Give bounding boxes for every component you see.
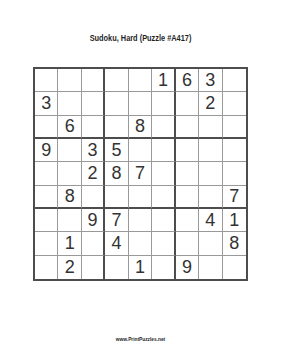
cell-r8c9: 8 (223, 232, 246, 255)
cell-r9c7: 9 (176, 256, 199, 279)
cell-r7c6[interactable] (152, 209, 175, 232)
cell-r5c6[interactable] (152, 162, 175, 185)
cell-r7c8: 4 (199, 209, 222, 232)
cell-r1c4[interactable] (105, 69, 128, 92)
cell-r3c4[interactable] (105, 116, 128, 139)
cell-r7c5[interactable] (129, 209, 152, 232)
cell-r5c5: 7 (129, 162, 152, 185)
cell-r4c8[interactable] (199, 139, 222, 162)
cell-r6c7[interactable] (176, 186, 199, 209)
cell-r9c8[interactable] (199, 256, 222, 279)
cell-r2c2[interactable] (58, 92, 81, 115)
cell-r4c9[interactable] (223, 139, 246, 162)
cell-r1c7: 6 (176, 69, 199, 92)
cell-r1c5[interactable] (129, 69, 152, 92)
cell-r6c4[interactable] (105, 186, 128, 209)
cell-r7c1[interactable] (35, 209, 58, 232)
cell-r8c4: 4 (105, 232, 128, 255)
cell-r2c5[interactable] (129, 92, 152, 115)
cell-r5c4: 8 (105, 162, 128, 185)
cell-r3c5: 8 (129, 116, 152, 139)
cell-r6c8[interactable] (199, 186, 222, 209)
cell-r3c9[interactable] (223, 116, 246, 139)
cell-r2c9[interactable] (223, 92, 246, 115)
cell-r4c1: 9 (35, 139, 58, 162)
cell-r4c4: 5 (105, 139, 128, 162)
cell-r9c9[interactable] (223, 256, 246, 279)
cell-r3c2: 6 (58, 116, 81, 139)
cell-r5c1[interactable] (35, 162, 58, 185)
cell-r1c3[interactable] (82, 69, 105, 92)
cell-r2c1: 3 (35, 92, 58, 115)
cell-r4c6[interactable] (152, 139, 175, 162)
cell-r1c1[interactable] (35, 69, 58, 92)
cell-r3c8[interactable] (199, 116, 222, 139)
cell-r7c3: 9 (82, 209, 105, 232)
cell-r3c1[interactable] (35, 116, 58, 139)
cell-r8c1[interactable] (35, 232, 58, 255)
cell-r5c7[interactable] (176, 162, 199, 185)
cell-r6c1[interactable] (35, 186, 58, 209)
cell-r9c2: 2 (58, 256, 81, 279)
cell-r8c7[interactable] (176, 232, 199, 255)
cell-r6c2: 8 (58, 186, 81, 209)
puzzle-page: Sudoku, Hard (Puzzle #A417) 163326893528… (0, 0, 281, 363)
cell-r1c9[interactable] (223, 69, 246, 92)
cell-r3c7[interactable] (176, 116, 199, 139)
cell-r9c3[interactable] (82, 256, 105, 279)
cell-r8c8[interactable] (199, 232, 222, 255)
cell-r2c8: 2 (199, 92, 222, 115)
cell-r5c3: 2 (82, 162, 105, 185)
cell-r8c6[interactable] (152, 232, 175, 255)
cell-r7c4: 7 (105, 209, 128, 232)
cell-r9c1[interactable] (35, 256, 58, 279)
cell-r8c3[interactable] (82, 232, 105, 255)
cell-r6c5[interactable] (129, 186, 152, 209)
cell-r6c9: 7 (223, 186, 246, 209)
cell-r5c8[interactable] (199, 162, 222, 185)
cell-r7c9: 1 (223, 209, 246, 232)
cell-r8c2: 1 (58, 232, 81, 255)
cell-r5c2[interactable] (58, 162, 81, 185)
cell-r6c6[interactable] (152, 186, 175, 209)
cell-r1c6: 1 (152, 69, 175, 92)
footer-url: www.PrintPuzzles.net (28, 337, 253, 343)
cell-r9c5: 1 (129, 256, 152, 279)
cell-r3c3[interactable] (82, 116, 105, 139)
cell-r4c7[interactable] (176, 139, 199, 162)
sudoku-grid: 1633268935287879741148219 (33, 67, 248, 281)
cell-r1c2[interactable] (58, 69, 81, 92)
cell-r2c4[interactable] (105, 92, 128, 115)
puzzle-title: Sudoku, Hard (Puzzle #A417) (25, 33, 255, 43)
cell-r9c4[interactable] (105, 256, 128, 279)
cell-r2c7[interactable] (176, 92, 199, 115)
cell-r7c2[interactable] (58, 209, 81, 232)
cell-r3c6[interactable] (152, 116, 175, 139)
cell-r4c5[interactable] (129, 139, 152, 162)
cell-r5c9[interactable] (223, 162, 246, 185)
cell-r2c6[interactable] (152, 92, 175, 115)
cell-r8c5[interactable] (129, 232, 152, 255)
cell-r4c2[interactable] (58, 139, 81, 162)
cell-r6c3[interactable] (82, 186, 105, 209)
cell-r4c3: 3 (82, 139, 105, 162)
cell-r9c6[interactable] (152, 256, 175, 279)
cell-r7c7[interactable] (176, 209, 199, 232)
cell-r1c8: 3 (199, 69, 222, 92)
cell-r2c3[interactable] (82, 92, 105, 115)
